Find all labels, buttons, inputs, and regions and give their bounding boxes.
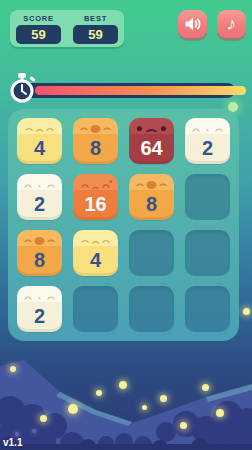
score-label: SCORE — [10, 14, 67, 23]
tile-4: 4 — [73, 230, 118, 276]
best-label: BEST — [67, 14, 124, 23]
tile-number: 4 — [90, 247, 101, 276]
tile-number: 2 — [202, 135, 213, 164]
tile-number: 2 — [34, 303, 45, 332]
tile-number: 8 — [90, 135, 101, 164]
tile-4: 4 — [17, 118, 62, 164]
tile-64: 64 — [129, 118, 174, 164]
tile-2: 2 — [17, 174, 62, 220]
music-note-icon: ♪ — [226, 14, 237, 33]
firefly — [202, 384, 209, 391]
speaker-icon — [183, 14, 203, 34]
tile-2: 2 — [17, 286, 62, 332]
tile-face — [21, 123, 58, 135]
tile-face — [21, 235, 58, 247]
tile-number: 16 — [84, 191, 106, 220]
tile-face — [77, 235, 114, 247]
score-value: 59 — [16, 25, 61, 44]
firefly — [68, 404, 78, 414]
tile-8: 8 — [17, 230, 62, 276]
tile-face — [21, 291, 58, 303]
game-screen: SCORE 59 BEST 59 ♪ 486422168842 — [0, 0, 252, 450]
tile-number: 8 — [146, 191, 157, 220]
tile-face — [189, 123, 226, 135]
tile-number: 8 — [34, 247, 45, 276]
firefly — [216, 409, 224, 417]
firefly — [15, 432, 19, 436]
firefly — [243, 308, 250, 315]
tile-16: 16 — [73, 174, 118, 220]
stopwatch-icon — [5, 72, 39, 110]
firefly — [32, 429, 36, 433]
tile-2: 2 — [185, 118, 230, 164]
firefly — [119, 381, 127, 389]
firefly — [160, 395, 167, 402]
music-button[interactable]: ♪ — [217, 10, 246, 38]
firefly — [180, 422, 187, 429]
timer-bar — [13, 83, 235, 98]
game-board[interactable]: 486422168842 — [8, 109, 239, 341]
empty-cell — [129, 286, 174, 332]
tile-face — [77, 123, 114, 135]
tile-face — [21, 179, 58, 191]
empty-cell — [185, 286, 230, 332]
tile-number: 64 — [140, 135, 162, 164]
tile-face — [133, 179, 170, 191]
tile-number: 2 — [34, 191, 45, 220]
version-label: v1.1 — [3, 437, 22, 448]
empty-cell — [73, 286, 118, 332]
night-landscape — [0, 352, 252, 450]
tile-8: 8 — [73, 118, 118, 164]
empty-cell — [129, 230, 174, 276]
firefly — [142, 405, 147, 410]
score-stat: SCORE 59 — [10, 10, 67, 47]
best-value: 59 — [73, 25, 118, 44]
empty-cell — [185, 174, 230, 220]
timer-fill — [35, 86, 246, 95]
empty-cell — [185, 230, 230, 276]
tile-face — [133, 123, 170, 135]
tile-face — [77, 179, 114, 191]
firefly — [40, 415, 47, 422]
best-stat: BEST 59 — [67, 10, 124, 47]
tile-number: 4 — [34, 135, 45, 164]
firefly — [10, 366, 16, 372]
score-panel: SCORE 59 BEST 59 — [10, 10, 124, 47]
firefly — [96, 390, 102, 396]
sound-button[interactable] — [178, 10, 207, 38]
tile-8: 8 — [129, 174, 174, 220]
